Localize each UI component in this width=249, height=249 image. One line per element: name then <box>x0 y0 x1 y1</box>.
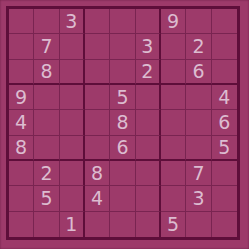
cell-r1c1[interactable] <box>9 9 34 34</box>
cell-r8c7[interactable] <box>161 186 186 211</box>
cell-r8c6[interactable] <box>136 186 161 211</box>
cell-r6c9[interactable]: 5 <box>212 136 237 161</box>
cell-r4c6[interactable] <box>136 85 161 110</box>
cell-r8c3[interactable] <box>60 186 85 211</box>
cell-r5c8[interactable] <box>186 110 211 135</box>
cell-r6c1[interactable]: 8 <box>9 136 34 161</box>
cell-r9c7[interactable]: 5 <box>161 212 186 237</box>
cell-r2c7[interactable] <box>161 34 186 59</box>
cell-r7c5[interactable] <box>110 161 135 186</box>
cell-r2c6[interactable]: 3 <box>136 34 161 59</box>
cell-r8c5[interactable] <box>110 186 135 211</box>
cell-r5c6[interactable] <box>136 110 161 135</box>
cell-r4c8[interactable] <box>186 85 211 110</box>
cell-r1c6[interactable] <box>136 9 161 34</box>
cell-r8c4[interactable]: 4 <box>85 186 110 211</box>
cell-r5c7[interactable] <box>161 110 186 135</box>
cell-r9c9[interactable] <box>212 212 237 237</box>
cell-r7c4[interactable]: 8 <box>85 161 110 186</box>
cell-r2c3[interactable] <box>60 34 85 59</box>
cell-r1c3[interactable]: 3 <box>60 9 85 34</box>
cell-r5c4[interactable] <box>85 110 110 135</box>
cell-r3c3[interactable] <box>60 60 85 85</box>
cell-r9c4[interactable] <box>85 212 110 237</box>
cell-r9c8[interactable] <box>186 212 211 237</box>
cell-r2c9[interactable] <box>212 34 237 59</box>
cell-r8c9[interactable] <box>212 186 237 211</box>
cell-r4c1[interactable]: 9 <box>9 85 34 110</box>
sudoku-screen: 3973282695448686528754315 <box>0 0 249 249</box>
cell-r1c5[interactable] <box>110 9 135 34</box>
cell-r6c7[interactable] <box>161 136 186 161</box>
cell-r6c4[interactable] <box>85 136 110 161</box>
cell-r3c7[interactable] <box>161 60 186 85</box>
cell-r2c1[interactable] <box>9 34 34 59</box>
cell-r3c5[interactable] <box>110 60 135 85</box>
cell-r7c8[interactable]: 7 <box>186 161 211 186</box>
cell-r1c7[interactable]: 9 <box>161 9 186 34</box>
cell-r5c9[interactable]: 6 <box>212 110 237 135</box>
cell-r9c6[interactable] <box>136 212 161 237</box>
cell-r7c7[interactable] <box>161 161 186 186</box>
cell-r8c8[interactable]: 3 <box>186 186 211 211</box>
cell-r6c8[interactable] <box>186 136 211 161</box>
cell-r3c4[interactable] <box>85 60 110 85</box>
cell-r3c9[interactable] <box>212 60 237 85</box>
cell-r6c3[interactable] <box>60 136 85 161</box>
cell-r9c2[interactable] <box>34 212 59 237</box>
cell-r4c5[interactable]: 5 <box>110 85 135 110</box>
sudoku-board: 3973282695448686528754315 <box>6 6 240 240</box>
cell-r5c1[interactable]: 4 <box>9 110 34 135</box>
cell-r6c5[interactable]: 6 <box>110 136 135 161</box>
cell-r7c9[interactable] <box>212 161 237 186</box>
cell-r2c2[interactable]: 7 <box>34 34 59 59</box>
cell-r1c8[interactable] <box>186 9 211 34</box>
cell-r2c5[interactable] <box>110 34 135 59</box>
cell-r7c6[interactable] <box>136 161 161 186</box>
cell-r5c5[interactable]: 8 <box>110 110 135 135</box>
cell-r7c3[interactable] <box>60 161 85 186</box>
cell-r3c2[interactable]: 8 <box>34 60 59 85</box>
cell-r4c2[interactable] <box>34 85 59 110</box>
cell-r7c1[interactable] <box>9 161 34 186</box>
cell-r7c2[interactable]: 2 <box>34 161 59 186</box>
cell-r3c6[interactable]: 2 <box>136 60 161 85</box>
cell-r1c4[interactable] <box>85 9 110 34</box>
cell-r9c1[interactable] <box>9 212 34 237</box>
cell-r1c2[interactable] <box>34 9 59 34</box>
cell-r4c9[interactable]: 4 <box>212 85 237 110</box>
cell-r4c4[interactable] <box>85 85 110 110</box>
cell-r8c1[interactable] <box>9 186 34 211</box>
cell-r5c2[interactable] <box>34 110 59 135</box>
cell-r1c9[interactable] <box>212 9 237 34</box>
cell-r9c5[interactable] <box>110 212 135 237</box>
cell-r3c8[interactable]: 6 <box>186 60 211 85</box>
cell-r2c8[interactable]: 2 <box>186 34 211 59</box>
cell-r4c3[interactable] <box>60 85 85 110</box>
cell-r6c6[interactable] <box>136 136 161 161</box>
cell-r9c3[interactable]: 1 <box>60 212 85 237</box>
cell-r6c2[interactable] <box>34 136 59 161</box>
cell-r5c3[interactable] <box>60 110 85 135</box>
cell-r8c2[interactable]: 5 <box>34 186 59 211</box>
cell-r2c4[interactable] <box>85 34 110 59</box>
cell-r4c7[interactable] <box>161 85 186 110</box>
cell-r3c1[interactable] <box>9 60 34 85</box>
